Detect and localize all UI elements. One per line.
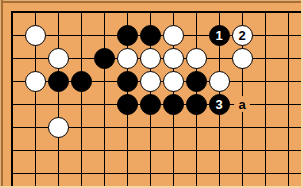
frame-bottom-light [0, 186, 303, 188]
diagram-frame [0, 0, 303, 188]
go-diagram: 123a [0, 0, 303, 188]
frame-left-dark [1, 0, 3, 188]
frame-top-dark [0, 1, 303, 3]
frame-right-light [301, 0, 303, 188]
